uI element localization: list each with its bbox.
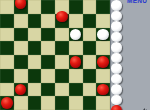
board-square[interactable] [41,0,55,14]
board-square[interactable] [0,28,14,42]
board-square[interactable] [0,14,14,28]
board-square[interactable] [69,83,83,97]
board-square[interactable] [41,96,55,110]
checkers-board[interactable] [0,0,110,110]
captured-white-piece [111,0,122,11]
captured-white-piece [111,42,122,53]
board-square[interactable] [83,96,97,110]
board-square[interactable] [69,41,83,55]
captured-red-piece [111,105,122,110]
board-square[interactable] [28,41,42,55]
board-square[interactable] [83,0,97,14]
captured-white-piece [111,53,122,64]
board-square[interactable] [83,14,97,28]
board-square[interactable] [28,83,42,97]
captured-white-piece [111,84,122,95]
board-square[interactable] [83,55,97,69]
board-square[interactable] [28,0,42,14]
board-square[interactable] [55,55,69,69]
board-square[interactable] [83,69,97,83]
board-square[interactable] [41,28,55,42]
board-square[interactable] [28,14,42,28]
board-square[interactable] [96,96,110,110]
board-square[interactable] [96,0,110,14]
captured-white-piece [111,32,122,43]
red-piece[interactable] [1,97,13,109]
speaker-icon[interactable] [141,101,149,108]
board-square[interactable] [69,69,83,83]
white-piece[interactable] [97,29,109,41]
board-square[interactable] [0,55,14,69]
captured-white-piece [111,95,122,106]
board-square[interactable] [69,96,83,110]
board-square[interactable] [55,96,69,110]
captured-white-tray [111,0,150,105]
board-square[interactable] [41,69,55,83]
menu-button[interactable]: MENU [127,0,147,4]
board-square[interactable] [0,41,14,55]
board-square[interactable] [55,69,69,83]
board-square[interactable] [0,83,14,97]
board-square[interactable] [69,0,83,14]
board-square[interactable] [14,96,28,110]
red-piece[interactable] [56,11,68,23]
red-piece[interactable] [97,84,109,96]
board-square[interactable] [96,41,110,55]
board-square[interactable] [55,41,69,55]
board-square[interactable] [14,69,28,83]
captured-white-piece [111,21,122,32]
board-square[interactable] [83,28,97,42]
side-panel: MENU [110,0,150,110]
board-square[interactable] [41,41,55,55]
board-square[interactable] [41,55,55,69]
board-square[interactable] [14,41,28,55]
captured-white-piece [111,11,122,22]
board-square[interactable] [14,14,28,28]
board-square[interactable] [83,41,97,55]
captured-white-piece [111,74,122,85]
board-square[interactable] [55,28,69,42]
checkers-game-window: MENU [0,0,150,110]
board-square[interactable] [41,83,55,97]
board-square[interactable] [96,14,110,28]
board-square[interactable] [28,28,42,42]
captured-white-piece [111,63,122,74]
board-square[interactable] [0,69,14,83]
red-piece[interactable] [70,56,82,68]
board-square[interactable] [41,14,55,28]
board-square[interactable] [83,83,97,97]
board-square[interactable] [28,69,42,83]
board-square[interactable] [69,14,83,28]
board-square[interactable] [14,55,28,69]
board-square[interactable] [96,69,110,83]
red-piece[interactable] [97,56,109,68]
board-square[interactable] [0,0,14,14]
board-square[interactable] [14,28,28,42]
board-square[interactable] [28,55,42,69]
board-square[interactable] [28,96,42,110]
board-square[interactable] [55,83,69,97]
